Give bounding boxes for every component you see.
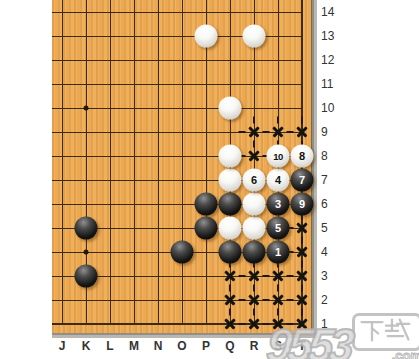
- black-stone: [75, 265, 98, 288]
- move-number: 7: [299, 175, 305, 186]
- black-stone: 9: [291, 193, 314, 216]
- x-mark: [225, 319, 236, 330]
- white-stone: [243, 217, 266, 240]
- black-stone: [243, 241, 266, 264]
- white-stone: [195, 25, 218, 48]
- x-mark: [273, 271, 284, 282]
- dashed-boundary-segment: [287, 275, 294, 277]
- go-diagram: 1539764108 9553 下载 .com JKLMNOPQRST14131…: [0, 0, 419, 359]
- dashed-boundary-segment: [287, 299, 294, 301]
- dashed-boundary-segment: [277, 285, 279, 292]
- black-stone: [219, 241, 242, 264]
- x-mark: [273, 319, 284, 330]
- move-number: 5: [275, 223, 281, 234]
- dashed-boundary-segment: [277, 309, 279, 316]
- row-label: 5: [321, 221, 328, 235]
- dashed-boundary-segment: [239, 323, 246, 325]
- move-number: 8: [299, 151, 305, 162]
- white-stone: 10: [267, 145, 290, 168]
- dashed-boundary-segment: [287, 131, 294, 133]
- column-label: M: [129, 339, 139, 353]
- move-number: 3: [275, 199, 281, 210]
- x-mark: [249, 295, 260, 306]
- column-label: P: [202, 339, 210, 353]
- column-label: O: [177, 339, 186, 353]
- dashed-boundary-segment: [287, 323, 294, 325]
- star-point: [84, 250, 89, 255]
- x-mark: [273, 127, 284, 138]
- x-mark: [273, 295, 284, 306]
- dashed-boundary-segment: [263, 275, 270, 277]
- white-stone: [243, 193, 266, 216]
- white-stone: [219, 97, 242, 120]
- star-point: [84, 106, 89, 111]
- move-number: 6: [251, 175, 257, 186]
- column-label: R: [250, 339, 259, 353]
- white-stone: [219, 145, 242, 168]
- dashed-boundary-segment: [253, 309, 255, 316]
- x-mark: [297, 319, 308, 330]
- column-label: Q: [225, 339, 234, 353]
- column-label: T: [298, 339, 305, 353]
- move-number: 9: [299, 199, 305, 210]
- black-stone: [171, 241, 194, 264]
- black-stone: 3: [267, 193, 290, 216]
- x-mark: [297, 127, 308, 138]
- black-stone: 5: [267, 217, 290, 240]
- move-number: 1: [275, 247, 281, 258]
- dashed-boundary-segment: [239, 275, 246, 277]
- dashed-boundary-segment: [301, 309, 303, 316]
- x-mark: [297, 223, 308, 234]
- dashed-boundary-segment: [253, 117, 255, 124]
- dashed-boundary-segment: [229, 309, 231, 316]
- black-stone: 7: [291, 169, 314, 192]
- row-label: 6: [321, 197, 328, 211]
- dashed-boundary-segment: [263, 131, 270, 133]
- white-stone: [243, 25, 266, 48]
- row-label: 9: [321, 125, 328, 139]
- dashed-boundary-segment: [301, 285, 303, 292]
- black-stone: [75, 217, 98, 240]
- x-mark: [297, 247, 308, 258]
- black-stone: 1: [267, 241, 290, 264]
- column-label: K: [82, 339, 91, 353]
- move-number: 10: [273, 151, 283, 161]
- x-mark: [249, 151, 260, 162]
- x-mark: [297, 295, 308, 306]
- dashed-boundary-segment: [301, 237, 303, 244]
- black-stone: [195, 217, 218, 240]
- column-label: S: [274, 339, 282, 353]
- dashed-boundary-segment: [229, 285, 231, 292]
- black-stone: [219, 193, 242, 216]
- white-stone: [219, 217, 242, 240]
- row-label: 7: [321, 173, 328, 187]
- dashed-boundary-segment: [239, 299, 246, 301]
- x-mark: [249, 319, 260, 330]
- row-label: 13: [321, 29, 334, 43]
- dashed-boundary-segment: [301, 117, 303, 124]
- row-label: 2: [321, 293, 328, 307]
- dashed-boundary-segment: [301, 261, 303, 268]
- white-stone: 6: [243, 169, 266, 192]
- x-mark: [249, 127, 260, 138]
- dashed-boundary-segment: [263, 299, 270, 301]
- row-label: 12: [321, 53, 334, 67]
- row-label: 14: [321, 5, 334, 19]
- x-mark: [225, 295, 236, 306]
- white-stone: 4: [267, 169, 290, 192]
- column-label: L: [106, 339, 113, 353]
- column-label: N: [154, 339, 163, 353]
- x-mark: [249, 271, 260, 282]
- x-mark: [225, 271, 236, 282]
- white-stone: 8: [291, 145, 314, 168]
- row-label: 3: [321, 269, 328, 283]
- dashed-boundary-segment: [239, 131, 246, 133]
- move-number: 4: [275, 175, 281, 186]
- dashed-boundary-segment: [277, 117, 279, 124]
- dashed-boundary-segment: [253, 141, 255, 148]
- row-label: 1: [321, 317, 328, 331]
- black-stone: [195, 193, 218, 216]
- column-label: J: [59, 339, 66, 353]
- row-label: 11: [321, 77, 333, 91]
- dashed-boundary-segment: [253, 285, 255, 292]
- white-stone: [219, 169, 242, 192]
- row-label: 10: [321, 101, 334, 115]
- row-label: 4: [321, 245, 328, 259]
- dashed-boundary-segment: [263, 323, 270, 325]
- row-label: 8: [321, 149, 328, 163]
- board-overlay: 1539764108: [0, 0, 419, 359]
- x-mark: [297, 271, 308, 282]
